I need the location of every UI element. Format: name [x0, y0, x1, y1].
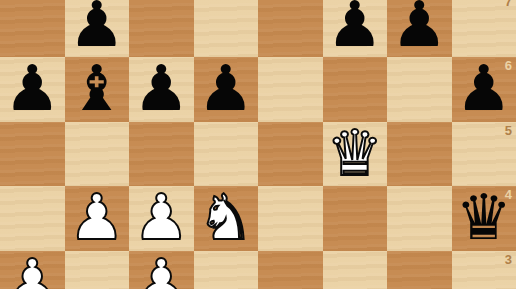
rank-label-5: 5 [505, 123, 512, 138]
square-d5[interactable] [194, 122, 259, 187]
square-c3[interactable]: ♟ [129, 251, 194, 289]
square-f4[interactable] [323, 186, 388, 251]
square-c5[interactable] [129, 122, 194, 187]
black-bishop-b6[interactable]: ♝ [69, 57, 125, 122]
square-a6[interactable]: ♟ [0, 57, 65, 122]
black-pawn-b7[interactable]: ♟ [69, 0, 125, 57]
square-e7[interactable] [258, 0, 323, 57]
square-a3[interactable]: ♟ [0, 251, 65, 289]
black-pawn-a6[interactable]: ♟ [4, 57, 60, 122]
square-e4[interactable] [258, 186, 323, 251]
square-g3[interactable] [387, 251, 452, 289]
square-e3[interactable] [258, 251, 323, 289]
black-pawn-c6[interactable]: ♟ [133, 57, 189, 122]
square-g7[interactable]: ♟ [387, 0, 452, 57]
square-c7[interactable] [129, 0, 194, 57]
square-d7[interactable] [194, 0, 259, 57]
square-b3[interactable] [65, 251, 130, 289]
white-knight-d4[interactable]: ♞ [198, 186, 254, 251]
square-b5[interactable] [65, 122, 130, 187]
white-queen-f5[interactable]: ♛ [327, 122, 383, 187]
square-h4[interactable]: ♛4 [452, 186, 516, 251]
white-pawn-c4[interactable]: ♟ [133, 186, 189, 251]
square-a4[interactable] [0, 186, 65, 251]
square-h3[interactable]: 3 [452, 251, 516, 289]
chess-board-viewport: ♟♟♟7♟♝♟♟♟6♛5♟♟♞♛4♟♟3 [0, 0, 516, 289]
square-d6[interactable]: ♟ [194, 57, 259, 122]
rank-label-4: 4 [505, 187, 512, 202]
square-g6[interactable] [387, 57, 452, 122]
white-pawn-a3[interactable]: ♟ [4, 251, 60, 289]
square-g4[interactable] [387, 186, 452, 251]
chess-board: ♟♟♟7♟♝♟♟♟6♛5♟♟♞♛4♟♟3 [0, 0, 516, 289]
rank-label-3: 3 [505, 252, 512, 267]
black-queen-h4[interactable]: ♛ [456, 186, 512, 251]
square-a5[interactable] [0, 122, 65, 187]
square-f7[interactable]: ♟ [323, 0, 388, 57]
square-f6[interactable] [323, 57, 388, 122]
square-h7[interactable]: 7 [452, 0, 516, 57]
square-h5[interactable]: 5 [452, 122, 516, 187]
square-c6[interactable]: ♟ [129, 57, 194, 122]
rank-label-6: 6 [505, 58, 512, 73]
square-g5[interactable] [387, 122, 452, 187]
square-f5[interactable]: ♛ [323, 122, 388, 187]
square-h6[interactable]: ♟6 [452, 57, 516, 122]
square-b4[interactable]: ♟ [65, 186, 130, 251]
black-pawn-h6[interactable]: ♟ [456, 57, 512, 122]
square-e5[interactable] [258, 122, 323, 187]
white-pawn-b4[interactable]: ♟ [69, 186, 125, 251]
square-a7[interactable] [0, 0, 65, 57]
square-f3[interactable] [323, 251, 388, 289]
black-pawn-d6[interactable]: ♟ [198, 57, 254, 122]
square-c4[interactable]: ♟ [129, 186, 194, 251]
square-d3[interactable] [194, 251, 259, 289]
square-d4[interactable]: ♞ [194, 186, 259, 251]
square-e6[interactable] [258, 57, 323, 122]
rank-label-7: 7 [505, 0, 512, 9]
black-pawn-f7[interactable]: ♟ [327, 0, 383, 57]
square-b7[interactable]: ♟ [65, 0, 130, 57]
white-pawn-c3[interactable]: ♟ [133, 251, 189, 289]
square-b6[interactable]: ♝ [65, 57, 130, 122]
black-pawn-g7[interactable]: ♟ [391, 0, 447, 57]
